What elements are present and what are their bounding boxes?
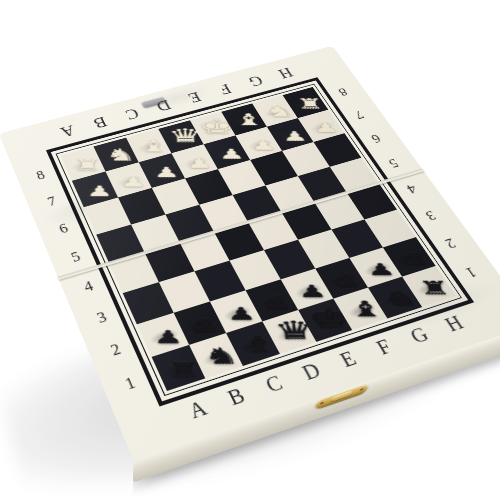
rank-label-left-8: 8 (22, 159, 59, 192)
square-b2[interactable]: ♟ (174, 301, 226, 344)
white-pawn-a7[interactable]: ♟ (86, 184, 112, 199)
chess-box: ♜♞♝♛♚♝♞♜♟♟♟♟♟♟♟♟♟♟♟♟♟♟♟♟♜♞♝♛♚♝♞♜ ABCDEFG… (0, 46, 500, 461)
rank-label-right-1: 1 (448, 254, 494, 292)
piece-shadow (184, 316, 217, 336)
square-e2[interactable]: ♟ (281, 269, 334, 310)
square-f3[interactable] (298, 230, 349, 269)
black-bishop-c1[interactable]: ♝ (239, 333, 278, 355)
square-e3[interactable] (264, 240, 315, 280)
square-c1[interactable]: ♝ (226, 321, 280, 366)
rank-label-right-2: 2 (428, 226, 473, 262)
piece-shadow (395, 250, 427, 268)
white-pawn-h7[interactable]: ♟ (312, 121, 339, 134)
file-label-top-f: F (204, 76, 246, 103)
piece-shadow (162, 360, 196, 381)
rank-label-right-4: 4 (391, 172, 434, 205)
piece-shadow (237, 336, 271, 357)
rank-label-right-5: 5 (373, 147, 414, 179)
square-f2[interactable]: ♟ (315, 258, 368, 299)
piece-shadow (221, 304, 254, 324)
rank-label-left-1: 1 (108, 362, 152, 406)
square-g1[interactable]: ♞ (368, 277, 422, 319)
square-d4[interactable] (214, 222, 264, 261)
rank-label-left-3: 3 (81, 297, 123, 337)
piece-shadow (200, 348, 234, 369)
clasp-screw-right (359, 387, 364, 391)
black-pawn-d2[interactable]: ♟ (262, 294, 293, 311)
rank-label-right-8: 8 (324, 78, 362, 107)
file-label-d: D (282, 345, 341, 398)
file-label-e: E (318, 334, 378, 386)
rank-label-left-6: 6 (44, 211, 83, 246)
square-d1[interactable]: ♛ (262, 310, 316, 354)
square-g2[interactable]: ♟ (349, 247, 402, 287)
file-label-g: G (390, 310, 450, 360)
black-pawn-b2[interactable]: ♟ (190, 317, 220, 335)
black-rook-a1[interactable]: ♜ (167, 359, 201, 380)
square-a3[interactable] (123, 282, 174, 324)
square-f1[interactable]: ♝ (333, 288, 387, 331)
white-pawn-f7[interactable]: ♟ (250, 139, 277, 153)
white-pawn-c7[interactable]: ♟ (153, 166, 180, 180)
black-king-e1[interactable]: ♚ (306, 305, 354, 332)
white-pawn-b7[interactable]: ♟ (120, 175, 146, 189)
brass-clasp (315, 383, 369, 410)
clasp-screw-left (320, 401, 325, 405)
piece-shadow (380, 290, 413, 309)
square-g3[interactable] (331, 219, 382, 257)
square-c3[interactable] (194, 261, 245, 302)
black-rook-h1[interactable]: ♜ (417, 279, 452, 297)
file-label-b: B (207, 370, 266, 425)
square-a2[interactable]: ♟ (137, 313, 189, 357)
white-knight-g8[interactable]: ♞ (263, 104, 295, 119)
file-label-top-h: H (265, 60, 307, 87)
file-label-a: A (169, 382, 228, 438)
square-a1[interactable]: ♜ (152, 345, 206, 391)
black-pawn-g2[interactable]: ♟ (365, 262, 396, 278)
black-pawn-h2[interactable]: ♟ (399, 251, 430, 267)
piece-shadow (345, 301, 378, 321)
white-pawn-d7[interactable]: ♟ (186, 156, 213, 170)
square-b3[interactable] (159, 271, 210, 313)
piece-shadow (327, 271, 359, 290)
black-pawn-e2[interactable]: ♟ (297, 283, 328, 300)
piece-shadow (414, 279, 447, 298)
file-label-top-g: G (235, 68, 277, 95)
file-label-top-a: A (47, 117, 89, 146)
clasp-hook (330, 390, 353, 403)
piece-shadow (274, 324, 308, 344)
white-bishop-f8[interactable]: ♝ (232, 112, 265, 128)
black-knight-g1[interactable]: ♞ (381, 288, 419, 308)
chess-board-grid: ♜♞♝♛♚♝♞♜♟♟♟♟♟♟♟♟♟♟♟♟♟♟♟♟♜♞♝♛♚♝♞♜ (60, 87, 456, 391)
rank-label-left-2: 2 (94, 329, 137, 371)
square-d2[interactable]: ♟ (246, 279, 299, 321)
file-label-top-b: B (79, 108, 121, 137)
rank-label-right-6: 6 (356, 123, 396, 154)
white-rook-h8[interactable]: ♜ (295, 97, 324, 111)
black-pawn-a2[interactable]: ♟ (153, 328, 183, 346)
rank-label-right-3: 3 (409, 199, 453, 234)
white-rook-a8[interactable]: ♜ (73, 157, 102, 172)
black-knight-b1[interactable]: ♞ (202, 345, 239, 367)
square-c2[interactable]: ♟ (210, 290, 262, 333)
piece-shadow (147, 327, 181, 347)
piece-shadow (310, 313, 343, 333)
photo-scene: ♜♞♝♛♚♝♞♜♟♟♟♟♟♟♟♟♟♟♟♟♟♟♟♟♜♞♝♛♚♝♞♜ ABCDEFG… (0, 0, 500, 500)
piece-shadow (292, 282, 325, 301)
file-label-top-e: E (174, 84, 216, 112)
piece-shadow (361, 261, 393, 279)
white-queen-d8[interactable]: ♛ (167, 127, 204, 146)
file-label-f: F (354, 322, 414, 373)
file-label-h: H (424, 299, 484, 348)
black-queen-d1[interactable]: ♛ (272, 318, 316, 343)
black-pawn-f2[interactable]: ♟ (331, 272, 362, 289)
file-label-c: C (245, 357, 304, 411)
square-h1[interactable]: ♜ (402, 266, 456, 307)
square-d3[interactable] (230, 250, 281, 290)
white-pawn-e7[interactable]: ♟ (218, 147, 245, 161)
black-bishop-f1[interactable]: ♝ (346, 299, 385, 320)
rank-label-left-7: 7 (33, 184, 71, 218)
white-bishop-c8[interactable]: ♝ (137, 138, 169, 155)
black-pawn-c2[interactable]: ♟ (226, 305, 256, 322)
square-b1[interactable]: ♞ (189, 333, 243, 378)
piece-shadow (257, 293, 290, 312)
white-pawn-g7[interactable]: ♟ (281, 130, 308, 143)
square-h2[interactable]: ♟ (383, 237, 436, 276)
square-e1[interactable]: ♚ (298, 299, 352, 342)
back-catch-plate (141, 96, 166, 108)
rank-label-right-7: 7 (340, 100, 379, 130)
white-knight-b8[interactable]: ♞ (105, 147, 136, 164)
